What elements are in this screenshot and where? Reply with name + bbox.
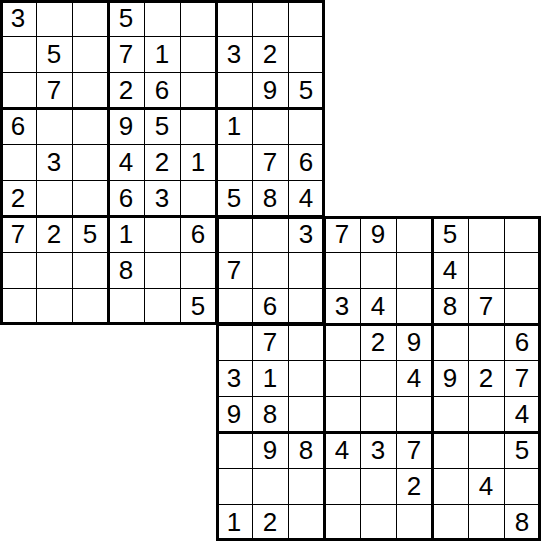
cell-r1c1[interactable]: 3: [0, 0, 36, 36]
cell-r15c7[interactable]: 1: [216, 504, 252, 540]
cell-r12c8[interactable]: 8: [252, 396, 288, 432]
cell-r7c10[interactable]: 7: [324, 216, 360, 252]
cell-r5c4[interactable]: 4: [108, 144, 144, 180]
cell-r7c9[interactable]: 3: [288, 216, 324, 252]
cell-r8c13[interactable]: 4: [432, 252, 468, 288]
grid-line: [216, 288, 541, 289]
cell-r9c8[interactable]: 6: [252, 288, 288, 324]
cell-r11c8[interactable]: 1: [252, 360, 288, 396]
cell-r6c4[interactable]: 6: [108, 180, 144, 216]
cell-r13c10[interactable]: 4: [324, 432, 360, 468]
cell-r7c13[interactable]: 5: [432, 216, 468, 252]
cell-r11c14[interactable]: 2: [468, 360, 504, 396]
cell-r14c7[interactable]: [216, 468, 252, 504]
cell-r13c9[interactable]: 8: [288, 432, 324, 468]
cell-r4c2[interactable]: [36, 108, 72, 144]
grid-line: [0, 36, 325, 37]
cell-r4c7[interactable]: 1: [216, 108, 252, 144]
cell-r15c14[interactable]: [468, 504, 504, 540]
cell-r15c10[interactable]: [324, 504, 360, 540]
cell-r9c6[interactable]: 5: [180, 288, 216, 324]
cell-r8c14[interactable]: [468, 252, 504, 288]
cell-r12c7[interactable]: 9: [216, 396, 252, 432]
cell-r9c11[interactable]: 4: [360, 288, 396, 324]
grid-line: [36, 0, 37, 325]
cell-r5c5[interactable]: 2: [144, 144, 180, 180]
grid-line: [0, 0, 325, 3]
cell-r12c10[interactable]: [324, 396, 360, 432]
cell-r5c2[interactable]: 3: [36, 144, 72, 180]
cell-r1c9[interactable]: [288, 0, 324, 36]
cell-r14c13[interactable]: [432, 468, 468, 504]
cell-r10c14[interactable]: [468, 324, 504, 360]
cell-r8c5[interactable]: [144, 252, 180, 288]
cell-r6c8[interactable]: 8: [252, 180, 288, 216]
cell-r11c15[interactable]: 7: [504, 360, 540, 396]
cell-r11c7[interactable]: 3: [216, 360, 252, 396]
cell-r9c14[interactable]: 7: [468, 288, 504, 324]
cell-r13c12[interactable]: 7: [396, 432, 432, 468]
cell-r9c2[interactable]: [36, 288, 72, 324]
cell-r7c4[interactable]: 1: [108, 216, 144, 252]
cell-r14c12[interactable]: 2: [396, 468, 432, 504]
cell-r3c1[interactable]: [0, 72, 36, 108]
grid-line: [431, 216, 434, 541]
cell-r9c10[interactable]: 3: [324, 288, 360, 324]
grid-line: [216, 252, 541, 253]
cell-r6c2[interactable]: [36, 180, 72, 216]
grid-line: [0, 0, 3, 325]
cell-r13c8[interactable]: 9: [252, 432, 288, 468]
cell-r14c14[interactable]: 4: [468, 468, 504, 504]
cell-r14c15[interactable]: [504, 468, 540, 504]
cell-r7c7[interactable]: [216, 216, 252, 252]
cell-r8c1[interactable]: [0, 252, 36, 288]
cell-r14c9[interactable]: [288, 468, 324, 504]
cell-r12c13[interactable]: [432, 396, 468, 432]
cell-r3c9[interactable]: 5: [288, 72, 324, 108]
cell-r4c1[interactable]: 6: [0, 108, 36, 144]
grid-line: [107, 0, 110, 325]
cell-r10c10[interactable]: [324, 324, 360, 360]
cell-r4c6[interactable]: [180, 108, 216, 144]
cell-r2c7[interactable]: 3: [216, 36, 252, 72]
cell-r13c11[interactable]: 3: [360, 432, 396, 468]
grid-line: [252, 216, 253, 541]
cell-r3c4[interactable]: 2: [108, 72, 144, 108]
cell-r7c12[interactable]: [396, 216, 432, 252]
cell-r9c13[interactable]: 8: [432, 288, 468, 324]
cell-r9c9[interactable]: [288, 288, 324, 324]
cell-r2c9[interactable]: [288, 36, 324, 72]
cell-r13c15[interactable]: 5: [504, 432, 540, 468]
cell-r6c7[interactable]: 5: [216, 180, 252, 216]
cell-r15c15[interactable]: 8: [504, 504, 540, 540]
grid-line: [216, 323, 541, 326]
cell-r7c8[interactable]: [252, 216, 288, 252]
cell-r11c10[interactable]: [324, 360, 360, 396]
puzzle-board: 3557132726956951342176263584725163795874…: [0, 0, 541, 541]
cell-r5c1[interactable]: [0, 144, 36, 180]
grid-line: [0, 180, 325, 181]
cell-r5c9[interactable]: 6: [288, 144, 324, 180]
cell-r7c11[interactable]: 9: [360, 216, 396, 252]
cell-r8c2[interactable]: [36, 252, 72, 288]
cell-r9c4[interactable]: [108, 288, 144, 324]
cell-r10c7[interactable]: [216, 324, 252, 360]
cell-r8c6[interactable]: [180, 252, 216, 288]
cell-r3c8[interactable]: 9: [252, 72, 288, 108]
cell-r3c2[interactable]: 7: [36, 72, 72, 108]
grid-line: [216, 431, 541, 434]
cell-r15c11[interactable]: [360, 504, 396, 540]
cell-r7c15[interactable]: [504, 216, 540, 252]
cell-r8c9[interactable]: [288, 252, 324, 288]
grid-line: [0, 107, 325, 110]
cell-r10c13[interactable]: [432, 324, 468, 360]
cell-r14c11[interactable]: [360, 468, 396, 504]
cell-r15c8[interactable]: 2: [252, 504, 288, 540]
cell-r15c13[interactable]: [432, 504, 468, 540]
grid-line: [144, 0, 145, 325]
cell-r8c8[interactable]: [252, 252, 288, 288]
cell-r5c6[interactable]: 1: [180, 144, 216, 180]
cell-r7c14[interactable]: [468, 216, 504, 252]
cell-r7c2[interactable]: 2: [36, 216, 72, 252]
cell-r1c7[interactable]: [216, 0, 252, 36]
grid-line: [216, 216, 541, 219]
cell-r8c4[interactable]: 8: [108, 252, 144, 288]
grid-line: [504, 216, 505, 541]
cell-r12c15[interactable]: 4: [504, 396, 540, 432]
cell-r12c11[interactable]: [360, 396, 396, 432]
cell-r2c4[interactable]: 7: [108, 36, 144, 72]
grid-line: [288, 216, 289, 541]
cell-r6c6[interactable]: [180, 180, 216, 216]
cell-r13c14[interactable]: [468, 432, 504, 468]
cell-r14c10[interactable]: [324, 468, 360, 504]
cell-r13c7[interactable]: [216, 432, 252, 468]
cell-r2c6[interactable]: [180, 36, 216, 72]
cell-r1c6[interactable]: [180, 0, 216, 36]
cell-r15c9[interactable]: [288, 504, 324, 540]
cell-r11c13[interactable]: 9: [432, 360, 468, 396]
cell-r9c1[interactable]: [0, 288, 36, 324]
cell-r9c12[interactable]: [396, 288, 432, 324]
cell-r1c2[interactable]: [36, 0, 72, 36]
cell-r4c9[interactable]: [288, 108, 324, 144]
cell-r9c3[interactable]: [72, 288, 108, 324]
cell-r4c3[interactable]: [72, 108, 108, 144]
grid-line: [216, 216, 219, 541]
cell-r10c11[interactable]: 2: [360, 324, 396, 360]
cell-r14c8[interactable]: [252, 468, 288, 504]
cell-r4c8[interactable]: [252, 108, 288, 144]
cell-r2c3[interactable]: [72, 36, 108, 72]
cell-r2c8[interactable]: 2: [252, 36, 288, 72]
cell-r6c1[interactable]: 2: [0, 180, 36, 216]
cell-r9c15[interactable]: [504, 288, 540, 324]
cell-r6c3[interactable]: [72, 180, 108, 216]
cell-r7c3[interactable]: 5: [72, 216, 108, 252]
cell-r9c5[interactable]: [144, 288, 180, 324]
cell-r5c8[interactable]: 7: [252, 144, 288, 180]
cell-r8c11[interactable]: [360, 252, 396, 288]
cell-r8c3[interactable]: [72, 252, 108, 288]
grid-line: [0, 72, 325, 73]
cell-r10c15[interactable]: 6: [504, 324, 540, 360]
cell-r10c9[interactable]: [288, 324, 324, 360]
cell-r11c9[interactable]: [288, 360, 324, 396]
grid-line: [180, 0, 181, 325]
cell-r3c7[interactable]: [216, 72, 252, 108]
cell-r1c3[interactable]: [72, 0, 108, 36]
cell-r5c7[interactable]: [216, 144, 252, 180]
cell-r1c8[interactable]: [252, 0, 288, 36]
cell-r7c1[interactable]: 7: [0, 216, 36, 252]
cell-r13c13[interactable]: [432, 432, 468, 468]
grid-line: [468, 216, 469, 541]
cell-r7c5[interactable]: [144, 216, 180, 252]
grid-line: [216, 396, 541, 397]
cell-r2c1[interactable]: [0, 36, 36, 72]
cell-r8c12[interactable]: [396, 252, 432, 288]
cell-r8c10[interactable]: [324, 252, 360, 288]
cell-r12c14[interactable]: [468, 396, 504, 432]
cell-r3c6[interactable]: [180, 72, 216, 108]
cell-r1c5[interactable]: [144, 0, 180, 36]
cell-r4c5[interactable]: 5: [144, 108, 180, 144]
cell-r8c15[interactable]: [504, 252, 540, 288]
cell-r15c12[interactable]: [396, 504, 432, 540]
cell-r1c4[interactable]: 5: [108, 0, 144, 36]
cell-r2c5[interactable]: 1: [144, 36, 180, 72]
grid-line: [323, 216, 326, 541]
cell-r10c8[interactable]: 7: [252, 324, 288, 360]
cell-r2c2[interactable]: 5: [36, 36, 72, 72]
cell-r12c12[interactable]: [396, 396, 432, 432]
cell-r7c6[interactable]: 6: [180, 216, 216, 252]
cell-r9c7[interactable]: [216, 288, 252, 324]
cell-r11c12[interactable]: 4: [396, 360, 432, 396]
grid-line: [72, 0, 73, 325]
cell-r3c5[interactable]: 6: [144, 72, 180, 108]
grid-line: [396, 216, 397, 541]
cell-r3c3[interactable]: [72, 72, 108, 108]
cell-r5c3[interactable]: [72, 144, 108, 180]
cell-r8c7[interactable]: 7: [216, 252, 252, 288]
cell-r11c11[interactable]: [360, 360, 396, 396]
grid-line: [360, 216, 361, 541]
grid-line: [216, 360, 541, 361]
cell-r6c9[interactable]: 4: [288, 180, 324, 216]
cell-r4c4[interactable]: 9: [108, 108, 144, 144]
grid-line: [216, 504, 541, 505]
cell-r12c9[interactable]: [288, 396, 324, 432]
grid-line: [0, 144, 325, 145]
cell-r10c12[interactable]: 9: [396, 324, 432, 360]
cell-r6c5[interactable]: 3: [144, 180, 180, 216]
grid-line: [216, 468, 541, 469]
